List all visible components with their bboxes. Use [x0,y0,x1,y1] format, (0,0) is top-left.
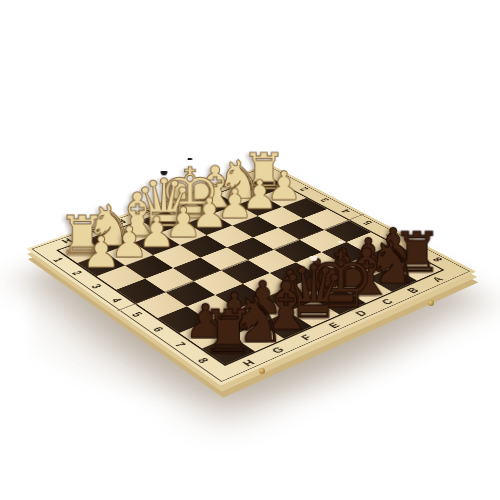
file-label-E-near: E [327,321,342,329]
file-label-C-near: C [380,298,395,306]
rook-glyph: ♜ [201,302,256,363]
rank-label-6-left: 6 [151,326,166,333]
rank-label-4-left: 4 [109,297,123,304]
rank-label-5-left: 5 [129,311,144,318]
finial-dark [187,149,194,160]
rank-label-5-right: 5 [362,220,375,226]
file-label-A-near: A [431,276,446,284]
file-label-H-near: H [241,359,257,368]
hinge-screw [259,368,265,374]
finial-dark [161,169,168,176]
rank-label-1-left: 1 [51,257,65,263]
pawn-glyph: ♟ [82,231,121,274]
file-label-G-near: G [270,346,286,355]
file-label-B-near: B [406,287,421,295]
rank-label-3-left: 3 [89,283,103,290]
file-label-D-near: D [354,309,369,317]
studio-background: ♜♞♝♚♛♝♞♜♟♟♟♟♟♟♟♟♟♟♟♟♟♟♟♟♜♞♝♚♛♝♞♜ 1122334… [0,0,500,500]
hinge-screw [428,300,434,306]
rank-label-7-left: 7 [173,341,188,349]
rank-label-4-right: 4 [340,208,353,213]
rank-label-2-left: 2 [70,270,84,276]
finial-light [310,254,317,261]
rank-label-3-right: 3 [319,197,331,202]
file-label-F-near: F [299,334,314,342]
rank-label-8-left: 8 [195,357,210,365]
